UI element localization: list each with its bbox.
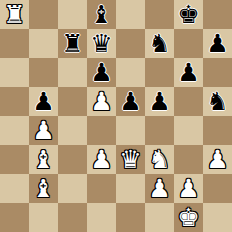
square-h1[interactable] xyxy=(203,203,232,232)
piece-white-bishop: ♝ xyxy=(32,174,54,203)
square-f1[interactable] xyxy=(145,203,174,232)
square-h7[interactable]: ♟ xyxy=(203,29,232,58)
square-g2[interactable]: ♟ xyxy=(174,174,203,203)
square-f4[interactable] xyxy=(145,116,174,145)
square-c4[interactable] xyxy=(58,116,87,145)
square-f5[interactable]: ♟ xyxy=(145,87,174,116)
square-h5[interactable]: ♞ xyxy=(203,87,232,116)
square-d2[interactable] xyxy=(87,174,116,203)
square-c2[interactable] xyxy=(58,174,87,203)
square-a4[interactable] xyxy=(0,116,29,145)
piece-black-knight: ♞ xyxy=(148,29,170,58)
square-b7[interactable] xyxy=(29,29,58,58)
square-h3[interactable]: ♟ xyxy=(203,145,232,174)
square-h2[interactable] xyxy=(203,174,232,203)
square-f2[interactable]: ♟ xyxy=(145,174,174,203)
square-b4[interactable]: ♟ xyxy=(29,116,58,145)
square-g6[interactable]: ♟ xyxy=(174,58,203,87)
square-b1[interactable] xyxy=(29,203,58,232)
piece-white-bishop: ♝ xyxy=(32,145,54,174)
square-e3[interactable]: ♛ xyxy=(116,145,145,174)
square-g3[interactable] xyxy=(174,145,203,174)
square-d4[interactable] xyxy=(87,116,116,145)
square-g7[interactable] xyxy=(174,29,203,58)
square-d1[interactable] xyxy=(87,203,116,232)
square-h6[interactable] xyxy=(203,58,232,87)
piece-black-pawn: ♟ xyxy=(90,58,112,87)
square-c1[interactable] xyxy=(58,203,87,232)
piece-black-king: ♚ xyxy=(177,0,199,29)
square-b2[interactable]: ♝ xyxy=(29,174,58,203)
square-a7[interactable] xyxy=(0,29,29,58)
piece-black-pawn: ♟ xyxy=(119,87,141,116)
square-d7[interactable]: ♛ xyxy=(87,29,116,58)
square-a5[interactable] xyxy=(0,87,29,116)
square-g8[interactable]: ♚ xyxy=(174,0,203,29)
square-e4[interactable] xyxy=(116,116,145,145)
square-d3[interactable]: ♟ xyxy=(87,145,116,174)
square-g4[interactable] xyxy=(174,116,203,145)
chess-board: ♜♝♚♜♛♞♟♟♟♟♟♟♟♞♟♝♟♛♞♟♝♟♟♚ xyxy=(0,0,232,232)
square-f7[interactable]: ♞ xyxy=(145,29,174,58)
square-a3[interactable] xyxy=(0,145,29,174)
piece-white-pawn: ♟ xyxy=(148,174,170,203)
square-c3[interactable] xyxy=(58,145,87,174)
square-e8[interactable] xyxy=(116,0,145,29)
piece-white-pawn: ♟ xyxy=(90,145,112,174)
square-c5[interactable] xyxy=(58,87,87,116)
piece-black-rook: ♜ xyxy=(61,29,83,58)
square-c7[interactable]: ♜ xyxy=(58,29,87,58)
piece-black-pawn: ♟ xyxy=(32,87,54,116)
piece-black-pawn: ♟ xyxy=(177,58,199,87)
square-g5[interactable] xyxy=(174,87,203,116)
square-g1[interactable]: ♚ xyxy=(174,203,203,232)
piece-white-knight: ♞ xyxy=(148,145,170,174)
square-b5[interactable]: ♟ xyxy=(29,87,58,116)
piece-white-pawn: ♟ xyxy=(32,116,54,145)
piece-white-pawn: ♟ xyxy=(90,87,112,116)
square-e7[interactable] xyxy=(116,29,145,58)
square-d8[interactable]: ♝ xyxy=(87,0,116,29)
square-c6[interactable] xyxy=(58,58,87,87)
square-f8[interactable] xyxy=(145,0,174,29)
square-e1[interactable] xyxy=(116,203,145,232)
square-c8[interactable] xyxy=(58,0,87,29)
square-f6[interactable] xyxy=(145,58,174,87)
square-h8[interactable] xyxy=(203,0,232,29)
piece-white-king: ♚ xyxy=(177,203,199,232)
piece-black-pawn: ♟ xyxy=(148,87,170,116)
square-h4[interactable] xyxy=(203,116,232,145)
piece-white-rook: ♜ xyxy=(3,0,25,29)
square-f3[interactable]: ♞ xyxy=(145,145,174,174)
square-a6[interactable] xyxy=(0,58,29,87)
square-b8[interactable] xyxy=(29,0,58,29)
square-d5[interactable]: ♟ xyxy=(87,87,116,116)
piece-black-bishop: ♝ xyxy=(90,0,112,29)
piece-white-pawn: ♟ xyxy=(177,174,199,203)
square-e5[interactable]: ♟ xyxy=(116,87,145,116)
piece-black-knight: ♞ xyxy=(206,87,228,116)
square-d6[interactable]: ♟ xyxy=(87,58,116,87)
square-a1[interactable] xyxy=(0,203,29,232)
square-e2[interactable] xyxy=(116,174,145,203)
piece-white-pawn: ♟ xyxy=(206,145,228,174)
square-e6[interactable] xyxy=(116,58,145,87)
piece-black-pawn: ♟ xyxy=(206,29,228,58)
square-b6[interactable] xyxy=(29,58,58,87)
square-b3[interactable]: ♝ xyxy=(29,145,58,174)
piece-black-queen: ♛ xyxy=(90,29,112,58)
piece-white-queen: ♛ xyxy=(119,145,141,174)
square-a2[interactable] xyxy=(0,174,29,203)
square-a8[interactable]: ♜ xyxy=(0,0,29,29)
